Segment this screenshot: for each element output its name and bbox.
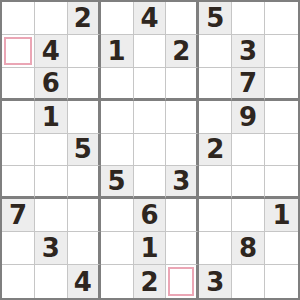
cell-r3c8[interactable]: 7	[232, 68, 265, 101]
cell-r9c3[interactable]: 4	[68, 265, 101, 298]
cell-r5c4[interactable]	[101, 134, 134, 167]
cell-r4c8[interactable]: 9	[232, 101, 265, 134]
sudoku-board: 245412367195253761318423	[0, 0, 300, 300]
cell-r6c4[interactable]: 5	[101, 166, 134, 199]
cell-r2c1[interactable]	[2, 35, 35, 68]
cell-r2c5[interactable]	[134, 35, 167, 68]
cell-r5c5[interactable]	[134, 134, 167, 167]
cell-r2c4[interactable]: 1	[101, 35, 134, 68]
selected-cell-highlight	[4, 37, 32, 65]
cell-r8c5[interactable]: 1	[134, 232, 167, 265]
cell-r3c6[interactable]	[166, 68, 199, 101]
cell-r3c9[interactable]	[265, 68, 298, 101]
cell-r5c8[interactable]	[232, 134, 265, 167]
cell-r5c3[interactable]: 5	[68, 134, 101, 167]
cell-r1c5[interactable]: 4	[134, 2, 167, 35]
cell-r8c7[interactable]	[199, 232, 232, 265]
cell-r5c6[interactable]	[166, 134, 199, 167]
cell-r5c2[interactable]	[35, 134, 68, 167]
cell-r3c3[interactable]	[68, 68, 101, 101]
cell-r6c2[interactable]	[35, 166, 68, 199]
cell-r1c4[interactable]	[101, 2, 134, 35]
cell-r6c9[interactable]	[265, 166, 298, 199]
cell-r9c2[interactable]	[35, 265, 68, 298]
cell-r1c9[interactable]	[265, 2, 298, 35]
cell-r6c5[interactable]	[134, 166, 167, 199]
cell-r4c1[interactable]	[2, 101, 35, 134]
cell-r1c6[interactable]	[166, 2, 199, 35]
cell-r2c9[interactable]	[265, 35, 298, 68]
cell-r9c1[interactable]	[2, 265, 35, 298]
cell-r8c8[interactable]: 8	[232, 232, 265, 265]
cell-r2c3[interactable]	[68, 35, 101, 68]
cell-r4c5[interactable]	[134, 101, 167, 134]
cell-r5c1[interactable]	[2, 134, 35, 167]
cell-r2c7[interactable]	[199, 35, 232, 68]
cell-r9c4[interactable]	[101, 265, 134, 298]
cell-r8c4[interactable]	[101, 232, 134, 265]
cell-r5c7[interactable]: 2	[199, 134, 232, 167]
cell-r7c8[interactable]	[232, 199, 265, 232]
cell-r8c3[interactable]	[68, 232, 101, 265]
cell-r9c8[interactable]	[232, 265, 265, 298]
cell-r6c1[interactable]	[2, 166, 35, 199]
cell-r1c7[interactable]: 5	[199, 2, 232, 35]
cell-r2c2[interactable]: 4	[35, 35, 68, 68]
cell-r4c9[interactable]	[265, 101, 298, 134]
cell-r6c3[interactable]	[68, 166, 101, 199]
cell-r3c5[interactable]	[134, 68, 167, 101]
cell-r1c2[interactable]	[35, 2, 68, 35]
cell-r6c7[interactable]	[199, 166, 232, 199]
cell-r1c3[interactable]: 2	[68, 2, 101, 35]
cell-r2c6[interactable]: 2	[166, 35, 199, 68]
cell-r1c8[interactable]	[232, 2, 265, 35]
cell-r7c7[interactable]	[199, 199, 232, 232]
cell-r7c5[interactable]: 6	[134, 199, 167, 232]
cell-r7c2[interactable]	[35, 199, 68, 232]
cell-r8c6[interactable]	[166, 232, 199, 265]
cell-r6c6[interactable]: 3	[166, 166, 199, 199]
cell-r7c4[interactable]	[101, 199, 134, 232]
cell-r7c3[interactable]	[68, 199, 101, 232]
cell-r2c8[interactable]: 3	[232, 35, 265, 68]
cell-r4c4[interactable]	[101, 101, 134, 134]
cell-r4c2[interactable]: 1	[35, 101, 68, 134]
cell-r4c7[interactable]	[199, 101, 232, 134]
cell-r9c7[interactable]: 3	[199, 265, 232, 298]
cell-r8c1[interactable]	[2, 232, 35, 265]
cell-r3c2[interactable]: 6	[35, 68, 68, 101]
cell-r1c1[interactable]	[2, 2, 35, 35]
cell-r8c2[interactable]: 3	[35, 232, 68, 265]
cell-r4c6[interactable]	[166, 101, 199, 134]
cell-r6c8[interactable]	[232, 166, 265, 199]
selected-cell-highlight	[168, 267, 194, 296]
cell-r9c9[interactable]	[265, 265, 298, 298]
cell-r9c5[interactable]: 2	[134, 265, 167, 298]
cell-r7c1[interactable]: 7	[2, 199, 35, 232]
cell-r3c1[interactable]	[2, 68, 35, 101]
cell-r7c6[interactable]	[166, 199, 199, 232]
cell-r5c9[interactable]	[265, 134, 298, 167]
cell-r3c7[interactable]	[199, 68, 232, 101]
cell-r7c9[interactable]: 1	[265, 199, 298, 232]
cell-r4c3[interactable]	[68, 101, 101, 134]
cell-r3c4[interactable]	[101, 68, 134, 101]
cell-r8c9[interactable]	[265, 232, 298, 265]
cell-r9c6[interactable]	[166, 265, 199, 298]
